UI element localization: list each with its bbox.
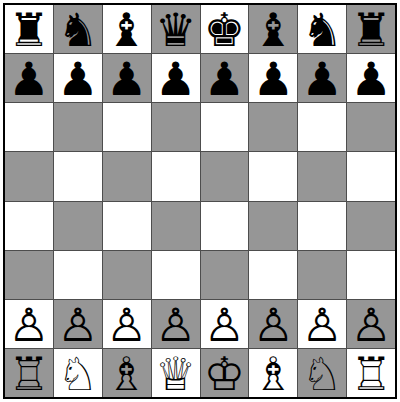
square-a7[interactable]: ♟ [5,54,53,102]
square-d6[interactable] [152,103,200,151]
square-h2[interactable]: ♙ [347,300,395,348]
piece-black-pawn[interactable]: ♟ [155,56,196,102]
piece-white-bishop[interactable]: ♗ [106,351,147,397]
square-b4[interactable] [54,202,102,250]
square-g8[interactable]: ♞ [298,5,346,53]
square-h3[interactable] [347,251,395,299]
square-a4[interactable] [5,202,53,250]
square-e8[interactable]: ♚ [201,5,249,53]
square-c6[interactable] [103,103,151,151]
square-e7[interactable]: ♟ [201,54,249,102]
square-d1[interactable]: ♕ [152,349,200,397]
square-f5[interactable] [249,152,297,200]
piece-white-pawn[interactable]: ♙ [253,302,294,348]
square-d3[interactable] [152,251,200,299]
piece-black-pawn[interactable]: ♟ [302,56,343,102]
square-d7[interactable]: ♟ [152,54,200,102]
piece-white-queen[interactable]: ♕ [155,351,196,397]
square-c7[interactable]: ♟ [103,54,151,102]
square-b3[interactable] [54,251,102,299]
square-a3[interactable] [5,251,53,299]
piece-white-knight[interactable]: ♘ [302,351,343,397]
chess-board: ♜♞♝♛♚♝♞♜♟♟♟♟♟♟♟♟♙♙♙♙♙♙♙♙♖♘♗♕♔♗♘♖ [5,5,395,397]
square-f2[interactable]: ♙ [249,300,297,348]
square-c1[interactable]: ♗ [103,349,151,397]
square-d4[interactable] [152,202,200,250]
square-d8[interactable]: ♛ [152,5,200,53]
piece-black-knight[interactable]: ♞ [57,7,98,53]
square-a1[interactable]: ♖ [5,349,53,397]
square-g2[interactable]: ♙ [298,300,346,348]
piece-white-pawn[interactable]: ♙ [106,302,147,348]
square-a8[interactable]: ♜ [5,5,53,53]
piece-white-rook[interactable]: ♖ [8,351,49,397]
square-a6[interactable] [5,103,53,151]
square-g3[interactable] [298,251,346,299]
square-e3[interactable] [201,251,249,299]
board-frame: ♜♞♝♛♚♝♞♜♟♟♟♟♟♟♟♟♙♙♙♙♙♙♙♙♖♘♗♕♔♗♘♖ [3,3,397,399]
piece-black-pawn[interactable]: ♟ [350,56,391,102]
piece-black-rook[interactable]: ♜ [8,7,49,53]
square-f8[interactable]: ♝ [249,5,297,53]
square-a2[interactable]: ♙ [5,300,53,348]
square-b7[interactable]: ♟ [54,54,102,102]
square-g4[interactable] [298,202,346,250]
square-f7[interactable]: ♟ [249,54,297,102]
square-g6[interactable] [298,103,346,151]
piece-white-pawn[interactable]: ♙ [350,302,391,348]
square-c2[interactable]: ♙ [103,300,151,348]
square-f1[interactable]: ♗ [249,349,297,397]
piece-black-rook[interactable]: ♜ [350,7,391,53]
piece-black-knight[interactable]: ♞ [302,7,343,53]
square-e5[interactable] [201,152,249,200]
piece-white-pawn[interactable]: ♙ [8,302,49,348]
piece-white-pawn[interactable]: ♙ [302,302,343,348]
square-g7[interactable]: ♟ [298,54,346,102]
piece-black-bishop[interactable]: ♝ [253,7,294,53]
square-f6[interactable] [249,103,297,151]
square-h4[interactable] [347,202,395,250]
piece-white-king[interactable]: ♔ [204,351,245,397]
square-b6[interactable] [54,103,102,151]
piece-black-pawn[interactable]: ♟ [57,56,98,102]
square-b2[interactable]: ♙ [54,300,102,348]
square-e4[interactable] [201,202,249,250]
piece-white-pawn[interactable]: ♙ [155,302,196,348]
square-f4[interactable] [249,202,297,250]
square-e1[interactable]: ♔ [201,349,249,397]
square-g1[interactable]: ♘ [298,349,346,397]
piece-black-bishop[interactable]: ♝ [106,7,147,53]
piece-black-king[interactable]: ♚ [204,7,245,53]
piece-black-queen[interactable]: ♛ [155,7,196,53]
square-c8[interactable]: ♝ [103,5,151,53]
piece-white-bishop[interactable]: ♗ [253,351,294,397]
square-b1[interactable]: ♘ [54,349,102,397]
square-c4[interactable] [103,202,151,250]
square-h8[interactable]: ♜ [347,5,395,53]
square-h5[interactable] [347,152,395,200]
square-b8[interactable]: ♞ [54,5,102,53]
piece-white-knight[interactable]: ♘ [57,351,98,397]
square-c5[interactable] [103,152,151,200]
square-d2[interactable]: ♙ [152,300,200,348]
square-d5[interactable] [152,152,200,200]
square-h6[interactable] [347,103,395,151]
square-e2[interactable]: ♙ [201,300,249,348]
piece-black-pawn[interactable]: ♟ [8,56,49,102]
square-g5[interactable] [298,152,346,200]
square-a5[interactable] [5,152,53,200]
square-b5[interactable] [54,152,102,200]
piece-white-pawn[interactable]: ♙ [204,302,245,348]
square-h7[interactable]: ♟ [347,54,395,102]
square-e6[interactable] [201,103,249,151]
square-c3[interactable] [103,251,151,299]
piece-white-pawn[interactable]: ♙ [57,302,98,348]
piece-black-pawn[interactable]: ♟ [204,56,245,102]
square-h1[interactable]: ♖ [347,349,395,397]
piece-white-rook[interactable]: ♖ [350,351,391,397]
piece-black-pawn[interactable]: ♟ [106,56,147,102]
square-f3[interactable] [249,251,297,299]
piece-black-pawn[interactable]: ♟ [253,56,294,102]
